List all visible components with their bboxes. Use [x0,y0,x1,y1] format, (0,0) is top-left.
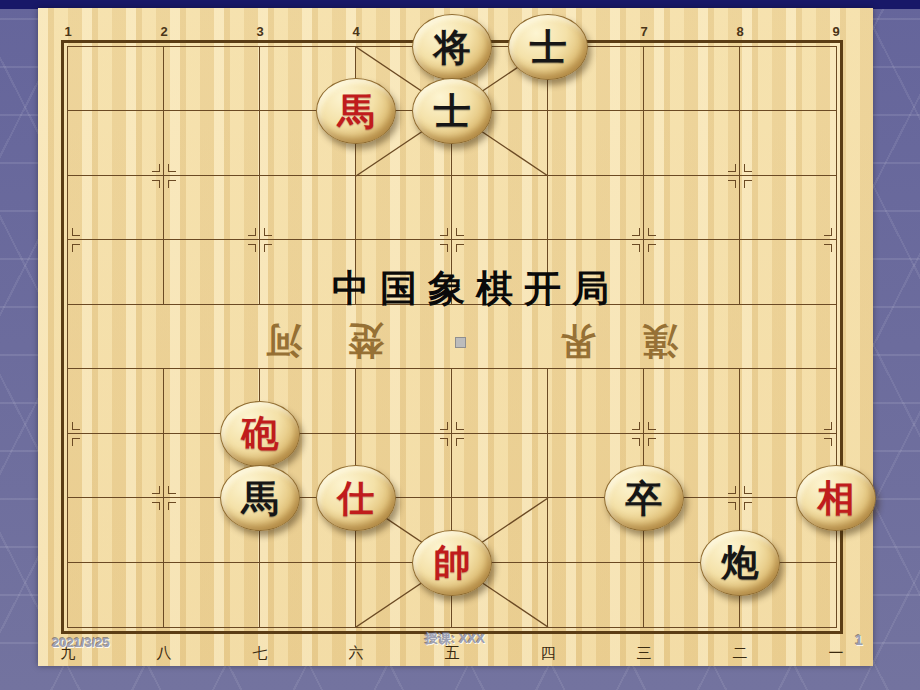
star-point-mark [744,164,752,172]
file-label-top: 4 [352,24,359,39]
grid-cell [68,434,164,498]
star-point-mark [824,228,832,236]
star-point-mark [456,228,464,236]
star-point-mark [72,228,80,236]
piece-red-馬[interactable]: 馬 [316,78,396,144]
grid-cell [164,47,260,111]
grid-cell [740,305,836,369]
star-point-mark [728,180,736,188]
grid-cell [68,498,164,562]
piece-red-砲[interactable]: 砲 [220,401,300,467]
star-point-mark [632,422,640,430]
slide-title: 中国象棋开局 [332,264,620,314]
star-point-mark [168,486,176,494]
piece-black-士[interactable]: 士 [508,14,588,80]
grid-cell [452,434,548,498]
star-point-mark [648,228,656,236]
star-point-mark [168,164,176,172]
grid-cell [164,111,260,175]
grid-cell [68,305,164,369]
piece-black-将[interactable]: 将 [412,14,492,80]
star-point-mark [728,164,736,172]
star-point-mark [72,422,80,430]
star-point-mark [440,438,448,446]
star-point-mark [264,244,272,252]
grid-cell [452,176,548,240]
grid-cell [740,111,836,175]
star-point-mark [728,502,736,510]
star-point-mark [264,228,272,236]
file-label-bottom: 七 [253,644,268,663]
star-point-mark [632,228,640,236]
star-point-mark [824,438,832,446]
star-point-mark [152,180,160,188]
grid-cell [356,176,452,240]
piece-black-卒[interactable]: 卒 [604,465,684,531]
star-point-mark [152,486,160,494]
star-point-mark [248,228,256,236]
piece-black-馬[interactable]: 馬 [220,465,300,531]
grid-cell [260,563,356,627]
file-label-top: 7 [640,24,647,39]
grid-cell [548,176,644,240]
star-point-mark [648,244,656,252]
star-point-mark [152,502,160,510]
star-point-mark [648,438,656,446]
file-label-top: 1 [64,24,71,39]
file-label-bottom: 二 [733,644,748,663]
footer-course-label: 授课: XXX [425,630,485,648]
grid-cell [548,563,644,627]
star-point-mark [456,422,464,430]
star-point-mark [824,422,832,430]
xiangqi-board: 123456789 九八七六五四三二一 楚河 漢界 中国象棋开局 将士馬士砲馬仕… [38,8,873,666]
file-label-bottom: 六 [349,644,364,663]
grid-cell [68,563,164,627]
grid-cell [164,240,260,304]
star-point-mark [648,422,656,430]
footer-date: 2021/3/25 [52,635,110,650]
file-label-top: 9 [832,24,839,39]
page-number: 1 [855,632,863,648]
grid-cell [644,47,740,111]
file-label-top: 2 [160,24,167,39]
star-point-mark [744,502,752,510]
grid-cell [548,111,644,175]
star-point-mark [440,422,448,430]
grid-cell [644,111,740,175]
star-point-mark [728,486,736,494]
grid-cell [644,369,740,433]
star-point-mark [456,438,464,446]
grid-cell [644,176,740,240]
piece-black-士[interactable]: 士 [412,78,492,144]
star-point-mark [632,244,640,252]
file-label-top: 3 [256,24,263,39]
star-point-mark [440,228,448,236]
river-label-left: 楚河 [220,316,384,365]
star-point-mark [744,486,752,494]
grid-cell [740,369,836,433]
grid-cell [68,369,164,433]
star-point-mark [456,244,464,252]
star-point-mark [744,180,752,188]
file-label-bottom: 一 [829,644,844,663]
file-label-bottom: 四 [541,644,556,663]
grid-cell [164,176,260,240]
file-label-bottom: 三 [637,644,652,663]
grid-cell [68,111,164,175]
star-point-mark [632,438,640,446]
star-point-mark [152,164,160,172]
selection-handle-square [455,337,466,348]
star-point-mark [248,244,256,252]
file-label-bottom: 八 [157,644,172,663]
grid-cell [740,47,836,111]
star-point-mark [440,244,448,252]
grid-cell [548,369,644,433]
piece-red-相[interactable]: 相 [796,465,876,531]
river-label-right: 漢界 [514,316,678,365]
grid-cell [68,176,164,240]
grid-cell [260,176,356,240]
grid-cell [740,176,836,240]
grid-cell [68,47,164,111]
star-point-mark [168,502,176,510]
star-point-mark [168,180,176,188]
star-point-mark [72,244,80,252]
star-point-mark [824,244,832,252]
piece-red-仕[interactable]: 仕 [316,465,396,531]
grid-cell [644,240,740,304]
grid-cell [740,240,836,304]
file-label-top: 8 [736,24,743,39]
grid-cell [68,240,164,304]
grid-cell [356,369,452,433]
piece-red-帥[interactable]: 帥 [412,530,492,596]
grid-cell [452,369,548,433]
piece-black-炮[interactable]: 炮 [700,530,780,596]
grid-cell [164,563,260,627]
star-point-mark [72,438,80,446]
